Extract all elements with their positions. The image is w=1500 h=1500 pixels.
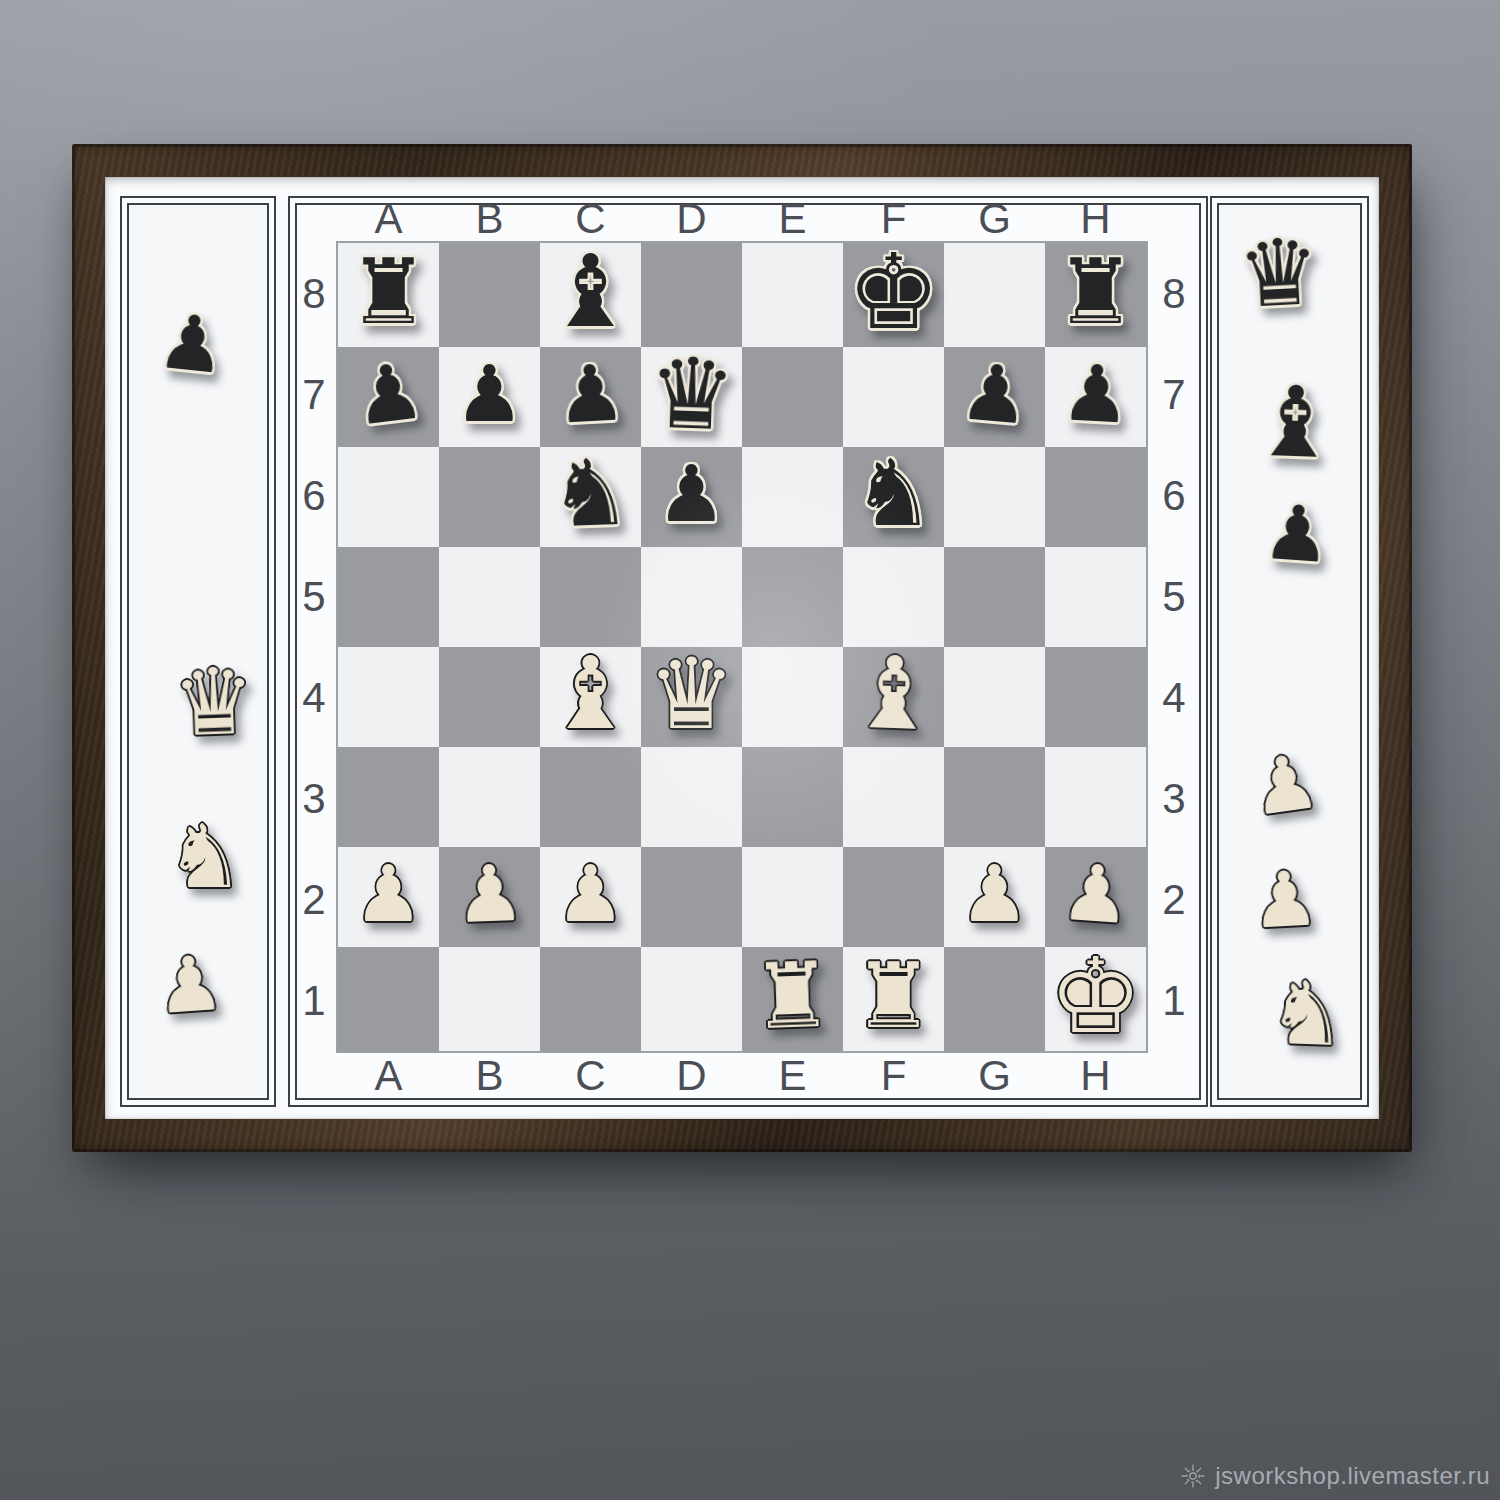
black-rook[interactable]: ♜ [348, 247, 429, 337]
square-e7[interactable] [742, 347, 843, 447]
snowflake-icon [1180, 1463, 1206, 1489]
square-d8[interactable] [641, 243, 742, 347]
square-b2[interactable]: ♟ [439, 847, 540, 947]
file-labels-top: ABCDEFGH [338, 198, 1146, 243]
square-b4[interactable] [439, 647, 540, 747]
black-pawn[interactable]: ♟ [1059, 353, 1133, 435]
black-knight[interactable]: ♞ [548, 447, 634, 542]
rank-label-right-7: 7 [1146, 344, 1202, 445]
white-queen[interactable]: ♛ [648, 645, 736, 743]
file-label-bottom-E: E [742, 1051, 843, 1099]
square-e1[interactable]: ♜ [742, 947, 843, 1051]
black-pawn[interactable]: ♟ [956, 352, 1032, 436]
file-label-bottom-G: G [944, 1051, 1045, 1099]
square-g1[interactable] [944, 947, 1045, 1051]
black-rook[interactable]: ♜ [1055, 247, 1136, 337]
square-d2[interactable] [641, 847, 742, 947]
rank-label-left-4: 4 [290, 647, 338, 748]
rank-label-left-7: 7 [290, 344, 338, 445]
white-pawn[interactable]: ♟ [354, 855, 424, 933]
square-g6[interactable] [944, 447, 1045, 547]
rank-label-left-2: 2 [290, 849, 338, 950]
rank-label-right-6: 6 [1146, 445, 1202, 546]
black-pawn[interactable]: ♟ [657, 455, 727, 533]
square-h3[interactable] [1045, 747, 1146, 847]
rank-label-right-2: 2 [1146, 849, 1202, 950]
file-label-bottom-D: D [641, 1051, 742, 1099]
square-g7[interactable]: ♟ [944, 347, 1045, 447]
square-f4[interactable]: ♝ [843, 647, 944, 747]
file-label-bottom-A: A [338, 1051, 439, 1099]
square-a8[interactable]: ♜ [338, 243, 439, 347]
rank-labels-right: 87654321 [1146, 243, 1202, 1051]
rank-label-right-4: 4 [1146, 647, 1202, 748]
file-label-bottom-H: H [1045, 1051, 1146, 1099]
rank-label-right-8: 8 [1146, 243, 1202, 344]
square-f2[interactable] [843, 847, 944, 947]
square-h7[interactable]: ♟ [1045, 347, 1146, 447]
square-e4[interactable] [742, 647, 843, 747]
board-panel: ♟♛♞♟ ABCDEFGH 87654321 ♜♝♚♜♟♟♟♛♟♟♞♟♞♝♛♝♟… [105, 177, 1379, 1119]
square-b6[interactable] [439, 447, 540, 547]
white-pawn[interactable]: ♟ [453, 854, 526, 934]
file-label-top-B: B [439, 198, 540, 243]
square-e8[interactable] [742, 243, 843, 347]
square-d1[interactable] [641, 947, 742, 1051]
tray-piece-white-knight[interactable]: ♞ [166, 813, 245, 901]
rank-label-left-3: 3 [290, 748, 338, 849]
square-g4[interactable] [944, 647, 1045, 747]
square-a3[interactable] [338, 747, 439, 847]
square-f1[interactable]: ♜ [843, 947, 944, 1051]
black-queen[interactable]: ♛ [646, 343, 737, 444]
tray-piece-white-pawn[interactable]: ♟ [1249, 860, 1321, 939]
tray-piece-black-pawn[interactable]: ♟ [154, 303, 230, 386]
square-h8[interactable]: ♜ [1045, 243, 1146, 347]
rank-label-right-1: 1 [1146, 950, 1202, 1051]
square-a6[interactable] [338, 447, 439, 547]
file-label-bottom-F: F [843, 1051, 944, 1099]
square-d4[interactable]: ♛ [641, 647, 742, 747]
black-pawn[interactable]: ♟ [349, 351, 428, 437]
square-a1[interactable] [338, 947, 439, 1051]
square-f6[interactable]: ♞ [843, 447, 944, 547]
square-a5[interactable] [338, 547, 439, 647]
square-h1[interactable]: ♚ [1045, 947, 1146, 1051]
square-h4[interactable] [1045, 647, 1146, 747]
tray-piece-white-knight[interactable]: ♞ [1266, 969, 1348, 1060]
square-b1[interactable] [439, 947, 540, 1051]
square-a4[interactable] [338, 647, 439, 747]
watermark-text: jsworkshop.livemaster.ru [1215, 1462, 1490, 1490]
square-h6[interactable] [1045, 447, 1146, 547]
square-e2[interactable] [742, 847, 843, 947]
square-f7[interactable] [843, 347, 944, 447]
square-c6[interactable]: ♞ [540, 447, 641, 547]
white-rook[interactable]: ♜ [853, 951, 934, 1041]
file-label-top-D: D [641, 198, 742, 243]
file-label-top-E: E [742, 198, 843, 243]
white-bishop[interactable]: ♝ [546, 644, 636, 744]
tray-piece-black-pawn[interactable]: ♟ [1260, 494, 1333, 575]
board-frame: ♟♛♞♟ ABCDEFGH 87654321 ♜♝♚♜♟♟♟♛♟♟♞♟♞♝♛♝♟… [72, 144, 1412, 1152]
file-label-top-G: G [944, 198, 1045, 243]
file-label-bottom-C: C [540, 1051, 641, 1099]
square-a2[interactable]: ♟ [338, 847, 439, 947]
square-g3[interactable] [944, 747, 1045, 847]
square-d3[interactable] [641, 747, 742, 847]
square-h2[interactable]: ♟ [1045, 847, 1146, 947]
square-g8[interactable] [944, 243, 1045, 347]
rank-label-left-5: 5 [290, 546, 338, 647]
square-c3[interactable] [540, 747, 641, 847]
white-pawn[interactable]: ♟ [960, 855, 1030, 933]
tray-piece-white-pawn[interactable]: ♟ [1246, 743, 1324, 828]
square-b7[interactable]: ♟ [439, 347, 540, 447]
tray-piece-white-queen[interactable]: ♛ [171, 656, 257, 751]
board-grid: ♜♝♚♜♟♟♟♛♟♟♞♟♞♝♛♝♟♟♟♟♟♜♜♚ [338, 243, 1146, 1051]
watermark: jsworkshop.livemaster.ru [1180, 1462, 1490, 1490]
white-pawn[interactable]: ♟ [556, 855, 626, 933]
square-c7[interactable]: ♟ [540, 347, 641, 447]
square-c8[interactable]: ♝ [540, 243, 641, 347]
file-labels-bottom: ABCDEFGH [338, 1051, 1146, 1099]
white-king[interactable]: ♚ [1049, 944, 1142, 1048]
square-d5[interactable] [641, 547, 742, 647]
file-label-top-H: H [1045, 198, 1146, 243]
tray-piece-white-pawn[interactable]: ♟ [153, 945, 226, 1026]
rank-label-right-5: 5 [1146, 546, 1202, 647]
square-e6[interactable] [742, 447, 843, 547]
right-capture-tray: ♛♝♟♟♟♞ [1210, 196, 1369, 1107]
square-b3[interactable] [439, 747, 540, 847]
square-e3[interactable] [742, 747, 843, 847]
white-bishop[interactable]: ♝ [847, 642, 940, 745]
square-d6[interactable]: ♟ [641, 447, 742, 547]
square-b8[interactable] [439, 243, 540, 347]
tray-piece-black-bishop[interactable]: ♝ [1249, 371, 1340, 472]
white-rook[interactable]: ♜ [751, 950, 835, 1043]
wall-photo: ♟♛♞♟ ABCDEFGH 87654321 ♜♝♚♜♟♟♟♛♟♟♞♟♞♝♛♝♟… [0, 0, 1500, 1500]
black-king[interactable]: ♚ [847, 240, 940, 344]
square-d7[interactable]: ♛ [641, 347, 742, 447]
file-label-top-A: A [338, 198, 439, 243]
square-b5[interactable] [439, 547, 540, 647]
square-f3[interactable] [843, 747, 944, 847]
rank-labels-left: 87654321 [290, 243, 338, 1051]
square-h5[interactable] [1045, 547, 1146, 647]
square-c5[interactable] [540, 547, 641, 647]
left-capture-tray: ♟♛♞♟ [120, 196, 276, 1107]
black-pawn[interactable]: ♟ [554, 353, 628, 435]
square-g2[interactable]: ♟ [944, 847, 1045, 947]
rank-label-left-1: 1 [290, 950, 338, 1051]
square-f8[interactable]: ♚ [843, 243, 944, 347]
rank-label-left-6: 6 [290, 445, 338, 546]
square-a7[interactable]: ♟ [338, 347, 439, 447]
file-label-bottom-B: B [439, 1051, 540, 1099]
black-pawn[interactable]: ♟ [455, 355, 525, 433]
square-c1[interactable] [540, 947, 641, 1051]
square-e5[interactable] [742, 547, 843, 647]
rank-label-left-8: 8 [290, 243, 338, 344]
black-bishop[interactable]: ♝ [546, 242, 636, 342]
rank-label-right-3: 3 [1146, 748, 1202, 849]
tray-piece-black-queen[interactable]: ♛ [1235, 226, 1322, 322]
white-pawn[interactable]: ♟ [1058, 853, 1133, 936]
square-c2[interactable]: ♟ [540, 847, 641, 947]
square-c4[interactable]: ♝ [540, 647, 641, 747]
square-g5[interactable] [944, 547, 1045, 647]
black-knight[interactable]: ♞ [852, 448, 934, 540]
square-f5[interactable] [843, 547, 944, 647]
board-section: ABCDEFGH 87654321 ♜♝♚♜♟♟♟♛♟♟♞♟♞♝♛♝♟♟♟♟♟♜… [288, 196, 1208, 1107]
